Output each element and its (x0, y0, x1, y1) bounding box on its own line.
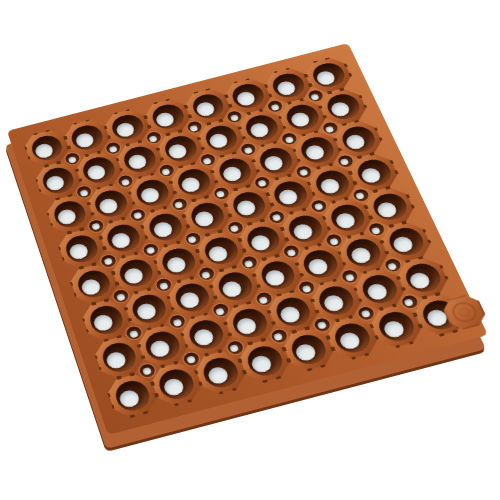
small-hole (112, 289, 130, 304)
small-hole-opening (329, 238, 339, 246)
small-hole (168, 314, 186, 329)
small-hole (186, 121, 203, 135)
small-hole (105, 141, 122, 155)
small-hole-opening (230, 114, 239, 121)
small-hole-opening (273, 333, 283, 341)
small-hole (356, 305, 375, 321)
small-hole (321, 121, 339, 135)
small-hole-opening (355, 192, 365, 200)
small-hole (100, 253, 118, 268)
small-hole (198, 266, 216, 281)
small-hole (352, 188, 370, 202)
small-hole (64, 152, 81, 166)
small-hole (307, 89, 325, 103)
small-hole-opening (286, 249, 296, 257)
small-hole (171, 197, 189, 211)
small-hole (282, 244, 300, 259)
small-hole (298, 280, 317, 295)
small-hole-opening (301, 285, 311, 293)
small-hole-opening (149, 135, 158, 142)
small-hole-opening (404, 299, 414, 307)
small-hole-opening (68, 156, 77, 163)
small-hole (125, 325, 143, 341)
small-hole-opening (159, 282, 169, 290)
small-hole (268, 209, 286, 224)
small-hole (158, 164, 175, 178)
small-hole-opening (79, 189, 88, 197)
small-hole (313, 317, 332, 333)
small-hole (226, 220, 244, 235)
small-hole (226, 340, 245, 356)
small-hole (310, 199, 328, 214)
small-hole-opening (201, 271, 211, 279)
small-hole (254, 176, 272, 190)
small-hole-opening (186, 356, 196, 364)
small-hole-opening (216, 191, 225, 199)
small-hole (383, 258, 402, 273)
small-hole-opening (360, 310, 370, 318)
small-hole (212, 186, 230, 200)
small-hole (138, 363, 156, 379)
small-hole-opening (91, 223, 100, 231)
small-hole-opening (257, 180, 267, 188)
small-hole-opening (172, 318, 182, 326)
small-hole-opening (271, 214, 281, 222)
small-hole (281, 132, 299, 146)
small-hole-opening (229, 344, 239, 352)
small-hole (226, 110, 243, 124)
small-hole-opening (371, 227, 381, 235)
small-hole (129, 208, 146, 222)
small-hole (340, 269, 359, 284)
small-hole-opening (108, 146, 117, 153)
small-hole-opening (142, 367, 152, 375)
small-hole-opening (299, 169, 309, 177)
small-hole (400, 294, 419, 310)
small-hole (255, 291, 274, 306)
small-hole-opening (161, 168, 170, 175)
small-hole (240, 255, 258, 270)
small-hole-opening (313, 203, 323, 211)
small-hole-opening (387, 262, 397, 270)
small-hole-opening (344, 273, 354, 281)
small-hole (145, 131, 162, 145)
small-hole (295, 165, 313, 179)
small-hole-opening (189, 125, 198, 132)
small-hole-opening (270, 104, 279, 111)
rubber-mat (7, 43, 488, 435)
small-hole (182, 351, 201, 367)
small-hole-opening (230, 225, 240, 233)
small-hole (240, 142, 258, 156)
small-hole (325, 233, 344, 248)
small-hole-opening (188, 236, 198, 244)
small-hole-opening (244, 260, 254, 268)
small-hole (117, 174, 134, 188)
product-photo (0, 0, 500, 500)
small-hole-opening (202, 157, 211, 164)
small-hole (88, 219, 105, 233)
small-hole (142, 242, 160, 257)
small-hole-opening (145, 247, 154, 255)
small-hole-opening (284, 136, 293, 143)
small-hole-opening (325, 125, 335, 132)
small-hole (336, 154, 354, 168)
small-hole-opening (174, 201, 183, 209)
small-hole (367, 222, 386, 237)
small-hole-opening (129, 330, 139, 338)
small-hole-opening (258, 296, 268, 304)
small-hole (211, 303, 229, 318)
small-hole-opening (133, 212, 142, 220)
small-hole-opening (103, 258, 112, 266)
small-hole (76, 185, 93, 199)
small-hole-opening (116, 293, 125, 301)
small-hole (155, 278, 173, 293)
small-hole-opening (317, 321, 327, 329)
small-hole (184, 231, 202, 246)
small-hole (269, 328, 288, 344)
small-hole-opening (310, 93, 319, 100)
small-hole-opening (243, 147, 252, 154)
small-hole-opening (120, 178, 129, 186)
small-hole-opening (340, 158, 350, 166)
small-hole (266, 100, 283, 114)
small-hole-opening (215, 307, 225, 315)
small-hole (199, 153, 216, 167)
